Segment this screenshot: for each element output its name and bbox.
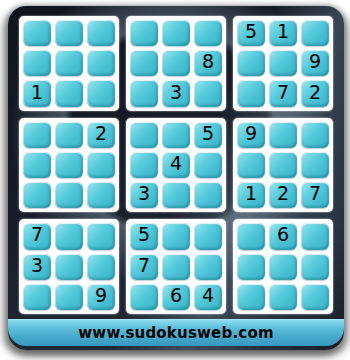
- cell-r7c8[interactable]: 6: [269, 223, 297, 249]
- cell-r3c7[interactable]: [237, 80, 265, 106]
- cell-r1c2[interactable]: [55, 20, 83, 46]
- cell-r5c6[interactable]: [194, 152, 222, 178]
- box-1: 1: [19, 16, 119, 111]
- cell-r6c9[interactable]: 7: [301, 182, 329, 208]
- box-3: 51972: [233, 16, 333, 111]
- cell-r2c8[interactable]: [269, 50, 297, 76]
- cell-r4c5[interactable]: [162, 122, 190, 148]
- cell-r1c1[interactable]: [23, 20, 51, 46]
- cell-r7c3[interactable]: [87, 223, 115, 249]
- box-7: 739: [19, 219, 119, 314]
- cell-r6c8[interactable]: 2: [269, 182, 297, 208]
- cell-r9c9[interactable]: [301, 284, 329, 310]
- cell-r9c8[interactable]: [269, 284, 297, 310]
- cell-r8c4[interactable]: 7: [130, 254, 158, 280]
- cell-r9c3[interactable]: 9: [87, 284, 115, 310]
- cell-r8c8[interactable]: [269, 254, 297, 280]
- cell-r6c3[interactable]: [87, 182, 115, 208]
- box-9: 6: [233, 219, 333, 314]
- cell-r3c2[interactable]: [55, 80, 83, 106]
- sudoku-board: 183519722543912773957646 www.sudokusweb.…: [8, 6, 344, 350]
- sudoku-grid: 183519722543912773957646: [19, 16, 333, 314]
- cell-r1c6[interactable]: [194, 20, 222, 46]
- cell-r1c9[interactable]: [301, 20, 329, 46]
- cell-r6c4[interactable]: 3: [130, 182, 158, 208]
- cell-r8c2[interactable]: [55, 254, 83, 280]
- cell-r8c9[interactable]: [301, 254, 329, 280]
- cell-r4c3[interactable]: 2: [87, 122, 115, 148]
- cell-r9c1[interactable]: [23, 284, 51, 310]
- cell-r5c9[interactable]: [301, 152, 329, 178]
- cell-r3c4[interactable]: [130, 80, 158, 106]
- box-6: 9127: [233, 118, 333, 213]
- cell-r2c3[interactable]: [87, 50, 115, 76]
- cell-r7c4[interactable]: 5: [130, 223, 158, 249]
- cell-r5c8[interactable]: [269, 152, 297, 178]
- cell-r7c7[interactable]: [237, 223, 265, 249]
- cell-r3c5[interactable]: 3: [162, 80, 190, 106]
- cell-r5c7[interactable]: [237, 152, 265, 178]
- cell-r1c3[interactable]: [87, 20, 115, 46]
- cell-r6c5[interactable]: [162, 182, 190, 208]
- cell-r2c7[interactable]: [237, 50, 265, 76]
- cell-r4c1[interactable]: [23, 122, 51, 148]
- cell-r5c5[interactable]: 4: [162, 152, 190, 178]
- cell-r2c2[interactable]: [55, 50, 83, 76]
- cell-r3c9[interactable]: 2: [301, 80, 329, 106]
- cell-r1c7[interactable]: 5: [237, 20, 265, 46]
- cell-r6c2[interactable]: [55, 182, 83, 208]
- cell-r6c7[interactable]: 1: [237, 182, 265, 208]
- cell-r2c5[interactable]: [162, 50, 190, 76]
- box-8: 5764: [126, 219, 226, 314]
- site-url: www.sudokusweb.com: [8, 319, 344, 346]
- cell-r9c7[interactable]: [237, 284, 265, 310]
- cell-r2c6[interactable]: 8: [194, 50, 222, 76]
- cell-r3c6[interactable]: [194, 80, 222, 106]
- cell-r8c5[interactable]: [162, 254, 190, 280]
- cell-r3c1[interactable]: 1: [23, 80, 51, 106]
- cell-r2c9[interactable]: 9: [301, 50, 329, 76]
- cell-r4c7[interactable]: 9: [237, 122, 265, 148]
- cell-r2c4[interactable]: [130, 50, 158, 76]
- cell-r7c2[interactable]: [55, 223, 83, 249]
- box-5: 543: [126, 118, 226, 213]
- cell-r3c3[interactable]: [87, 80, 115, 106]
- cell-r9c2[interactable]: [55, 284, 83, 310]
- cell-r8c1[interactable]: 3: [23, 254, 51, 280]
- cell-r4c4[interactable]: [130, 122, 158, 148]
- cell-r5c1[interactable]: [23, 152, 51, 178]
- cell-r4c6[interactable]: 5: [194, 122, 222, 148]
- cell-r9c6[interactable]: 4: [194, 284, 222, 310]
- cell-r1c8[interactable]: 1: [269, 20, 297, 46]
- cell-r4c9[interactable]: [301, 122, 329, 148]
- cell-r6c1[interactable]: [23, 182, 51, 208]
- cell-r2c1[interactable]: [23, 50, 51, 76]
- cell-r9c5[interactable]: 6: [162, 284, 190, 310]
- cell-r3c8[interactable]: 7: [269, 80, 297, 106]
- cell-r9c4[interactable]: [130, 284, 158, 310]
- cell-r7c1[interactable]: 7: [23, 223, 51, 249]
- cell-r7c6[interactable]: [194, 223, 222, 249]
- cell-r5c4[interactable]: [130, 152, 158, 178]
- cell-r8c3[interactable]: [87, 254, 115, 280]
- cell-r8c6[interactable]: [194, 254, 222, 280]
- cell-r7c9[interactable]: [301, 223, 329, 249]
- box-4: 2: [19, 118, 119, 213]
- cell-r8c7[interactable]: [237, 254, 265, 280]
- cell-r4c2[interactable]: [55, 122, 83, 148]
- box-2: 83: [126, 16, 226, 111]
- cell-r1c5[interactable]: [162, 20, 190, 46]
- cell-r5c3[interactable]: [87, 152, 115, 178]
- cell-r7c5[interactable]: [162, 223, 190, 249]
- cell-r5c2[interactable]: [55, 152, 83, 178]
- cell-r6c6[interactable]: [194, 182, 222, 208]
- cell-r1c4[interactable]: [130, 20, 158, 46]
- cell-r4c8[interactable]: [269, 122, 297, 148]
